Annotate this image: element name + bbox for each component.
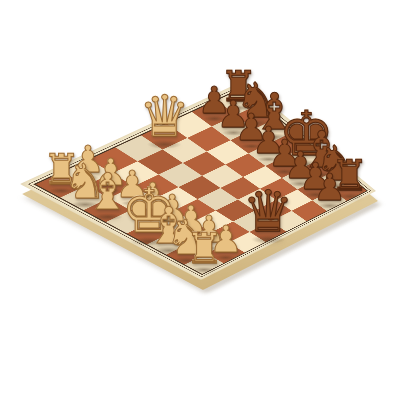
white-queen-glyph: ♛: [139, 83, 190, 149]
pieces-layer: ♜♞♝♚♝♞♜♟♟♟♟♟♟♟♟♛♛♟♟♟♟♟♟♟♟♜♞♝♚♝♞♜: [0, 0, 400, 399]
piece-white-queen-a5[interactable]: ♛: [139, 88, 190, 145]
piece-black-pawn-h7[interactable]: ♟: [313, 169, 346, 206]
piece-white-rook-h1[interactable]: ♜: [186, 228, 224, 270]
black-pawn-glyph: ♟: [313, 166, 346, 209]
white-rook-glyph: ♜: [186, 224, 224, 273]
piece-black-queen-h4[interactable]: ♛: [243, 183, 294, 240]
chess-set-photo: ♜♞♝♚♝♞♜♟♟♟♟♟♟♟♟♛♛♟♟♟♟♟♟♟♟♜♞♝♚♝♞♜: [0, 0, 400, 399]
black-queen-glyph: ♛: [243, 178, 294, 244]
